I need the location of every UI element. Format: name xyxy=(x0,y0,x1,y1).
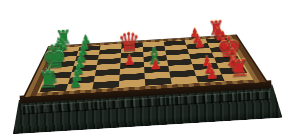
scene-tilt-wrapper: ♜♞♝♛♚♞♜♟♟♟♟♟♟♟♟♝♜♞♝♚♝♞♜♟♟♟♟♟♟♛♟♟ xyxy=(0,0,290,136)
square-c7-d1 xyxy=(196,74,224,82)
square-c2-d1 xyxy=(66,82,94,90)
chess-board xyxy=(37,37,253,93)
square-c6-d1 xyxy=(170,76,198,84)
square-c3-d1 xyxy=(92,81,119,89)
product-photo: ♜♞♝♛♚♞♜♟♟♟♟♟♟♟♟♝♜♞♝♚♝♞♜♟♟♟♟♟♟♛♟♟ xyxy=(0,0,290,136)
square-c8-d1 xyxy=(222,73,251,81)
square-c1-d1 xyxy=(40,84,68,92)
square-c5-d1 xyxy=(145,78,172,86)
square-c4-d1 xyxy=(119,79,145,87)
